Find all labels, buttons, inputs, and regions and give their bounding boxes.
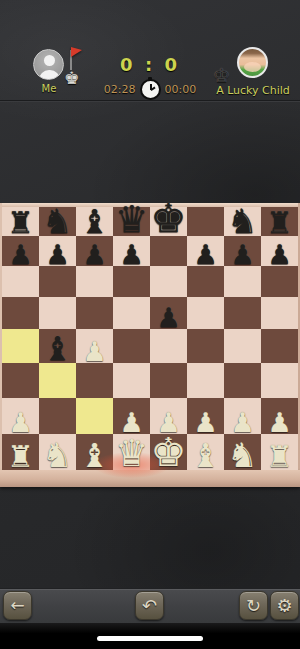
square-c2[interactable]: [76, 398, 113, 434]
piece-black-knight-g8[interactable]: ♞: [224, 204, 261, 238]
home-indicator[interactable]: [97, 636, 203, 641]
piece-white-king-e1[interactable]: ♚: [150, 432, 187, 472]
square-b2[interactable]: [39, 398, 76, 434]
square-g6[interactable]: [224, 266, 261, 297]
piece-white-knight-b1[interactable]: ♞: [39, 438, 76, 472]
match-header: ♚ Me 0 : 0 02:28 00:00 ♚ A Lucky Child: [0, 0, 300, 101]
square-b3[interactable]: [39, 363, 76, 398]
square-g3[interactable]: [224, 363, 261, 398]
piece-black-bishop-c8[interactable]: ♝: [76, 205, 113, 238]
square-h4[interactable]: [261, 329, 298, 363]
square-c5[interactable]: [76, 297, 113, 329]
chess-board: ♜♞♝♛♚♞♜♟♟♟♟♟♟♟♟♝♟♟♟♟♟♟♟♜♞♝♛♚♝♞♜: [0, 203, 300, 487]
chess-app-screen: ♚ Me 0 : 0 02:28 00:00 ♚ A Lucky Child ♜…: [0, 0, 300, 649]
square-e3[interactable]: [150, 363, 187, 398]
square-h6[interactable]: [261, 266, 298, 297]
square-c3[interactable]: [76, 363, 113, 398]
square-f3[interactable]: [187, 363, 224, 398]
piece-black-bishop-b4[interactable]: ♝: [39, 332, 76, 365]
piece-black-rook-h8[interactable]: ♜: [261, 208, 298, 238]
timer-me: 02:28: [104, 83, 136, 96]
score-left: 0: [120, 54, 136, 75]
piece-white-rook-h1[interactable]: ♜: [261, 442, 298, 472]
avatar-opponent-face: [244, 62, 261, 72]
score-separator: :: [145, 54, 155, 75]
undo-move-button[interactable]: ↶: [135, 591, 164, 620]
piece-black-pawn-b7[interactable]: ♟: [39, 241, 76, 268]
black-king-icon: ♚: [213, 66, 230, 85]
timer-opponent: 00:00: [165, 83, 197, 96]
rotate-board-button[interactable]: ↻: [239, 591, 268, 620]
board-rim-right: [298, 203, 300, 470]
square-d3[interactable]: [113, 363, 150, 398]
square-a3[interactable]: [2, 363, 39, 398]
square-e6[interactable]: [150, 266, 187, 297]
piece-white-knight-g1[interactable]: ♞: [224, 438, 261, 472]
square-d6[interactable]: [113, 266, 150, 297]
header-divider: [0, 100, 300, 101]
piece-white-rook-a1[interactable]: ♜: [2, 442, 39, 472]
square-f5[interactable]: [187, 297, 224, 329]
piece-white-queen-d1[interactable]: ♛: [113, 435, 150, 472]
square-a5[interactable]: [2, 297, 39, 329]
square-d5[interactable]: [113, 297, 150, 329]
square-c6[interactable]: [76, 266, 113, 297]
piece-black-pawn-h7[interactable]: ♟: [261, 241, 298, 268]
square-h3[interactable]: [261, 363, 298, 398]
piece-black-knight-b8[interactable]: ♞: [39, 204, 76, 238]
piece-black-pawn-c7[interactable]: ♟: [76, 241, 113, 268]
square-h5[interactable]: [261, 297, 298, 329]
piece-black-pawn-d7[interactable]: ♟: [113, 241, 150, 268]
square-e4[interactable]: [150, 329, 187, 363]
square-g4[interactable]: [224, 329, 261, 363]
piece-white-pawn-g2[interactable]: ♟: [224, 409, 261, 436]
piece-white-pawn-f2[interactable]: ♟: [187, 409, 224, 436]
square-b5[interactable]: [39, 297, 76, 329]
settings-button[interactable]: ⚙: [270, 591, 299, 620]
square-f6[interactable]: [187, 266, 224, 297]
square-f8[interactable]: [187, 207, 224, 236]
piece-white-bishop-f1[interactable]: ♝: [187, 439, 224, 472]
back-button[interactable]: ←: [3, 591, 32, 620]
piece-black-pawn-e5[interactable]: ♟: [150, 304, 187, 331]
score-right: 0: [164, 54, 180, 75]
piece-white-bishop-c1[interactable]: ♝: [76, 439, 113, 472]
square-b6[interactable]: [39, 266, 76, 297]
piece-white-pawn-c4[interactable]: ♟: [76, 338, 113, 365]
clock-icon: [140, 79, 161, 100]
bottom-toolbar: ← ↶ ↻ ⚙: [0, 588, 300, 624]
square-f4[interactable]: [187, 329, 224, 363]
square-a6[interactable]: [2, 266, 39, 297]
player-name-opponent: A Lucky Child: [208, 84, 298, 97]
piece-black-rook-a8[interactable]: ♜: [2, 208, 39, 238]
piece-black-pawn-f7[interactable]: ♟: [187, 241, 224, 268]
piece-black-pawn-a7[interactable]: ♟: [2, 241, 39, 268]
piece-black-queen-d8[interactable]: ♛: [113, 201, 150, 238]
square-d4[interactable]: [113, 329, 150, 363]
clock-knob: [148, 77, 152, 80]
square-a4[interactable]: [2, 329, 39, 363]
piece-black-pawn-g7[interactable]: ♟: [224, 241, 261, 268]
piece-black-king-e8[interactable]: ♚: [150, 198, 187, 238]
piece-white-pawn-h2[interactable]: ♟: [261, 409, 298, 436]
piece-white-pawn-a2[interactable]: ♟: [2, 409, 39, 436]
square-g5[interactable]: [224, 297, 261, 329]
avatar-opponent: [237, 47, 268, 78]
